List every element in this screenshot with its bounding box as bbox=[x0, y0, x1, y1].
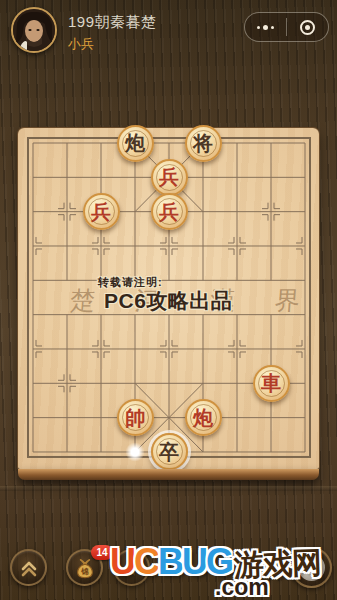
miniprogram-capsule bbox=[244, 12, 329, 42]
site-watermark-letter: U bbox=[182, 541, 206, 583]
skill-cost-label: 200 bbox=[236, 559, 259, 575]
level-title: 199朝秦暮楚 bbox=[68, 13, 157, 32]
site-watermark-letter: B bbox=[158, 541, 182, 583]
piece-black-pawn[interactable]: 卒 bbox=[151, 433, 188, 470]
piece-red-chariot[interactable]: 車 bbox=[253, 365, 290, 402]
site-watermark-tld: .com bbox=[215, 574, 269, 600]
last-move-from-marker bbox=[125, 442, 145, 462]
piece-red-pawn[interactable]: 兵 bbox=[151, 193, 188, 230]
player-avatar bbox=[11, 7, 57, 53]
level-difficulty: 小兵 bbox=[68, 35, 94, 53]
close-minimize-button[interactable] bbox=[287, 13, 328, 41]
piece-black-general[interactable]: 将 bbox=[185, 125, 222, 162]
board-front-edge bbox=[18, 469, 319, 480]
svg-text:锦: 锦 bbox=[80, 566, 89, 575]
piece-red-pawn[interactable]: 兵 bbox=[151, 159, 188, 196]
table-edge-highlight bbox=[0, 486, 337, 491]
skill-button[interactable] bbox=[113, 549, 150, 586]
piece-black-cannon[interactable]: 炮 bbox=[117, 125, 154, 162]
watermark-source-line: PC6攻略出品 bbox=[104, 287, 232, 315]
skill-scroll-icon bbox=[121, 557, 143, 579]
app-screen: 199朝秦暮楚 小兵 楚 河 漢 界 炮将兵兵兵車帥炮卒 转载请注明: PC6攻… bbox=[0, 0, 337, 600]
expand-menu-button[interactable] bbox=[10, 549, 47, 586]
horse-icon bbox=[298, 554, 325, 581]
avatar-portrait bbox=[13, 9, 55, 51]
target-circle-icon bbox=[300, 20, 315, 35]
opponent-horse-button[interactable] bbox=[291, 547, 332, 588]
piece-red-pawn[interactable]: 兵 bbox=[83, 193, 120, 230]
hint-count-badge: 14 bbox=[91, 545, 113, 560]
chevron-up-icon bbox=[17, 556, 41, 580]
piece-red-cannon[interactable]: 炮 bbox=[185, 399, 222, 436]
piece-red-general[interactable]: 帥 bbox=[117, 399, 154, 436]
hint-bag-button[interactable]: 锦 14 bbox=[66, 549, 103, 586]
site-watermark-letter: G bbox=[206, 541, 232, 583]
more-options-button[interactable] bbox=[245, 13, 286, 41]
